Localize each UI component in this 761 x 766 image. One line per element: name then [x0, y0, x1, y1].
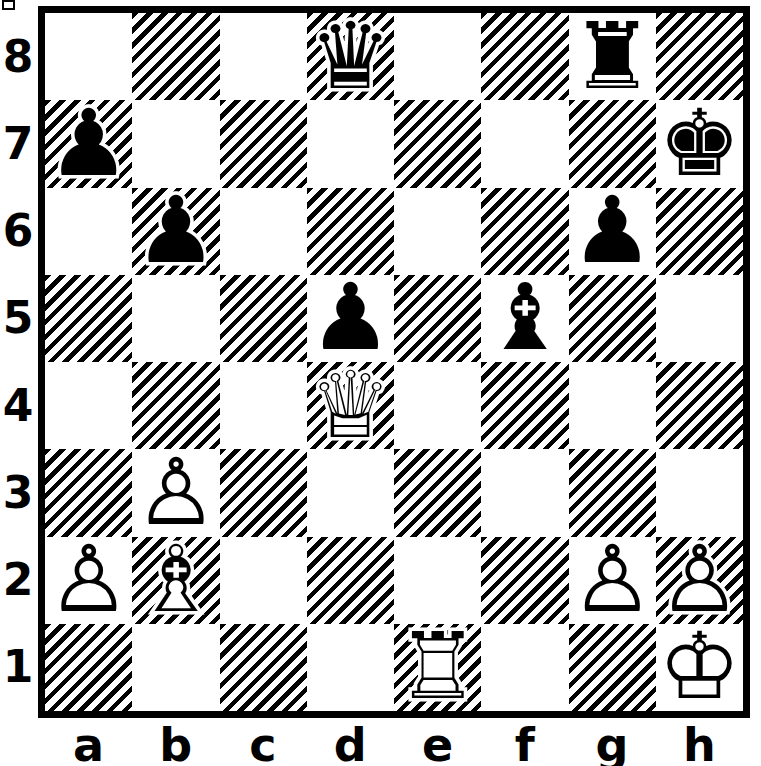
- square-e6: [394, 188, 481, 275]
- square-g7: [569, 100, 656, 187]
- square-h7: ♚♚: [656, 100, 743, 187]
- square-e3: [394, 449, 481, 536]
- square-h5: [656, 275, 743, 362]
- file-label-g: g: [569, 722, 656, 766]
- square-a8: [45, 13, 132, 100]
- square-c7: [220, 100, 307, 187]
- square-f3: [481, 449, 568, 536]
- square-b7: [132, 100, 219, 187]
- square-g2: ♟♙: [569, 537, 656, 624]
- file-label-c: c: [220, 722, 307, 766]
- square-a5: [45, 275, 132, 362]
- square-d5: ♟♟: [307, 275, 394, 362]
- rank-label-5: 5: [0, 296, 36, 340]
- square-g6: ♟♟: [569, 188, 656, 275]
- white-pawn-h2: ♙: [656, 537, 743, 624]
- white-pawn-b3: ♙: [132, 449, 219, 536]
- scan-artifact: [2, 0, 15, 10]
- square-h3: [656, 449, 743, 536]
- square-f1: [481, 624, 568, 711]
- square-a7: ♟♟: [45, 100, 132, 187]
- square-h1: ♚♔: [656, 624, 743, 711]
- rank-label-6: 6: [0, 209, 36, 253]
- black-pawn-b6: ♟: [132, 188, 219, 275]
- black-rook-g8: ♜: [569, 13, 656, 100]
- black-queen-d8: ♛: [307, 13, 394, 100]
- black-pawn-a7: ♟: [45, 100, 132, 187]
- square-a4: [45, 362, 132, 449]
- square-a3: [45, 449, 132, 536]
- file-label-d: d: [307, 722, 394, 766]
- black-pawn-d5: ♟: [307, 275, 394, 362]
- square-a1: [45, 624, 132, 711]
- square-g8: ♜♜: [569, 13, 656, 100]
- square-b5: [132, 275, 219, 362]
- square-b4: [132, 362, 219, 449]
- square-c4: [220, 362, 307, 449]
- square-e1: ♜♖: [394, 624, 481, 711]
- rank-label-4: 4: [0, 384, 36, 428]
- square-b2: ♝♗: [132, 537, 219, 624]
- square-f6: [481, 188, 568, 275]
- file-label-a: a: [45, 722, 132, 766]
- square-d2: [307, 537, 394, 624]
- square-f5: ♝♝: [481, 275, 568, 362]
- square-a2: ♟♙: [45, 537, 132, 624]
- square-c8: [220, 13, 307, 100]
- white-queen-d4: ♕: [307, 362, 394, 449]
- white-rook-e1: ♖: [394, 624, 481, 711]
- square-e8: [394, 13, 481, 100]
- square-f8: [481, 13, 568, 100]
- square-h8: [656, 13, 743, 100]
- square-g4: [569, 362, 656, 449]
- square-c5: [220, 275, 307, 362]
- file-label-f: f: [481, 722, 568, 766]
- square-b3: ♟♙: [132, 449, 219, 536]
- file-label-e: e: [394, 722, 481, 766]
- square-f2: [481, 537, 568, 624]
- rank-label-8: 8: [0, 35, 36, 79]
- black-bishop-f5: ♝: [481, 275, 568, 362]
- square-g3: [569, 449, 656, 536]
- rank-label-1: 1: [0, 645, 36, 689]
- square-a6: [45, 188, 132, 275]
- black-king-h7: ♚: [656, 100, 743, 187]
- square-d6: [307, 188, 394, 275]
- square-h2: ♟♙: [656, 537, 743, 624]
- square-c2: [220, 537, 307, 624]
- square-h6: [656, 188, 743, 275]
- white-bishop-b2: ♗: [132, 537, 219, 624]
- white-pawn-a2: ♙: [45, 537, 132, 624]
- square-d7: [307, 100, 394, 187]
- chess-board: ♛♛♜♜♟♟♚♚♟♟♟♟♟♟♝♝♛♕♟♙♟♙♝♗♟♙♟♙♜♖♚♔: [38, 6, 750, 718]
- black-pawn-g6: ♟: [569, 188, 656, 275]
- square-d1: [307, 624, 394, 711]
- square-g5: [569, 275, 656, 362]
- file-label-b: b: [132, 722, 219, 766]
- square-d8: ♛♛: [307, 13, 394, 100]
- square-h4: [656, 362, 743, 449]
- square-e2: [394, 537, 481, 624]
- square-g1: [569, 624, 656, 711]
- square-e7: [394, 100, 481, 187]
- rank-label-3: 3: [0, 471, 36, 515]
- white-pawn-g2: ♙: [569, 537, 656, 624]
- file-label-h: h: [656, 722, 743, 766]
- rank-label-7: 7: [0, 122, 36, 166]
- chess-diagram-page: ♛♛♜♜♟♟♚♚♟♟♟♟♟♟♝♝♛♕♟♙♟♙♝♗♟♙♟♙♜♖♚♔ 8765432…: [0, 0, 761, 766]
- square-f7: [481, 100, 568, 187]
- white-king-h1: ♔: [656, 624, 743, 711]
- square-c6: [220, 188, 307, 275]
- square-c3: [220, 449, 307, 536]
- square-d3: [307, 449, 394, 536]
- square-c1: [220, 624, 307, 711]
- rank-label-2: 2: [0, 558, 36, 602]
- square-e5: [394, 275, 481, 362]
- square-d4: ♛♕: [307, 362, 394, 449]
- square-e4: [394, 362, 481, 449]
- square-b6: ♟♟: [132, 188, 219, 275]
- square-b8: [132, 13, 219, 100]
- square-b1: [132, 624, 219, 711]
- square-f4: [481, 362, 568, 449]
